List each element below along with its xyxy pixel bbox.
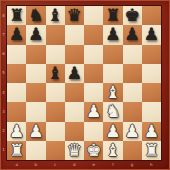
file-label-b: b <box>26 160 45 170</box>
file-label-c: c <box>46 160 65 170</box>
file-label-e: e <box>84 160 103 170</box>
white-knight-f3: ♞ <box>105 102 120 121</box>
black-bishop-c5: ♝ <box>48 64 63 83</box>
square-e7[interactable] <box>84 25 103 44</box>
square-a1[interactable]: ♜ <box>7 141 26 160</box>
square-b8[interactable]: ♞ <box>26 6 45 25</box>
square-g4[interactable] <box>123 83 142 102</box>
square-h2[interactable]: ♟ <box>142 122 161 141</box>
black-knight-b8: ♞ <box>28 6 43 25</box>
square-a2[interactable]: ♟ <box>7 122 26 141</box>
square-a6[interactable] <box>7 45 26 64</box>
square-g3[interactable] <box>123 102 142 121</box>
rank-label-4: 4 <box>0 83 7 102</box>
square-b5[interactable] <box>26 64 45 83</box>
square-c4[interactable] <box>46 83 65 102</box>
black-pawn-f7: ♟ <box>105 25 120 44</box>
black-pawn-b7: ♟ <box>28 25 43 44</box>
square-b6[interactable] <box>26 45 45 64</box>
square-d5[interactable]: ♟ <box>65 64 84 83</box>
square-a8[interactable]: ♜ <box>7 6 26 25</box>
black-queen-d8: ♛ <box>67 6 82 25</box>
black-rook-f8: ♜ <box>105 6 120 25</box>
square-f1[interactable]: ♝ <box>103 141 122 160</box>
square-b2[interactable]: ♟ <box>26 122 45 141</box>
square-b4[interactable] <box>26 83 45 102</box>
square-a5[interactable] <box>7 64 26 83</box>
square-a7[interactable]: ♟ <box>7 25 26 44</box>
rank-label-6: 6 <box>0 45 7 64</box>
square-a4[interactable] <box>7 83 26 102</box>
rank-labels: 87654321 <box>0 6 7 160</box>
square-c1[interactable] <box>46 141 65 160</box>
square-b7[interactable]: ♟ <box>26 25 45 44</box>
square-c3[interactable] <box>46 102 65 121</box>
white-bishop-f1: ♝ <box>105 141 120 160</box>
chess-board-frame: 87654321 abcdefgh ♜♞♝♛♜♚♟♟♟♟♟♝♟♝♟♞♟♟♟♟♟♜… <box>0 0 170 170</box>
white-bishop-f4: ♝ <box>105 83 120 102</box>
square-c7[interactable] <box>46 25 65 44</box>
square-e5[interactable] <box>84 64 103 83</box>
white-queen-d1: ♛ <box>67 141 82 160</box>
white-pawn-a2: ♟ <box>9 122 24 141</box>
black-pawn-h7: ♟ <box>144 25 159 44</box>
square-e3[interactable]: ♟ <box>84 102 103 121</box>
rank-label-3: 3 <box>0 102 7 121</box>
black-pawn-a7: ♟ <box>9 25 24 44</box>
square-f7[interactable]: ♟ <box>103 25 122 44</box>
square-g1[interactable] <box>123 141 142 160</box>
file-labels: abcdefgh <box>7 160 161 170</box>
black-king-g8: ♚ <box>125 6 140 25</box>
white-king-e1: ♚ <box>86 141 101 160</box>
square-g6[interactable] <box>123 45 142 64</box>
black-bishop-c8: ♝ <box>48 6 63 25</box>
white-rook-a1: ♜ <box>9 141 24 160</box>
square-c5[interactable]: ♝ <box>46 64 65 83</box>
square-e8[interactable] <box>84 6 103 25</box>
file-label-a: a <box>7 160 26 170</box>
square-e1[interactable]: ♚ <box>84 141 103 160</box>
square-h5[interactable] <box>142 64 161 83</box>
rank-label-2: 2 <box>0 122 7 141</box>
square-g8[interactable]: ♚ <box>123 6 142 25</box>
white-pawn-b2: ♟ <box>28 122 43 141</box>
square-f3[interactable]: ♞ <box>103 102 122 121</box>
square-g2[interactable]: ♟ <box>123 122 142 141</box>
square-f8[interactable]: ♜ <box>103 6 122 25</box>
square-g7[interactable]: ♟ <box>123 25 142 44</box>
square-d6[interactable] <box>65 45 84 64</box>
square-a3[interactable] <box>7 102 26 121</box>
white-pawn-h2: ♟ <box>144 122 159 141</box>
square-f6[interactable] <box>103 45 122 64</box>
square-h1[interactable]: ♜ <box>142 141 161 160</box>
black-rook-a8: ♜ <box>9 6 24 25</box>
square-c8[interactable]: ♝ <box>46 6 65 25</box>
square-c6[interactable] <box>46 45 65 64</box>
square-e6[interactable] <box>84 45 103 64</box>
rank-label-1: 1 <box>0 141 7 160</box>
square-g5[interactable] <box>123 64 142 83</box>
file-label-f: f <box>103 160 122 170</box>
rank-label-8: 8 <box>0 6 7 25</box>
square-d7[interactable] <box>65 25 84 44</box>
rank-label-7: 7 <box>0 25 7 44</box>
square-d1[interactable]: ♛ <box>65 141 84 160</box>
file-label-h: h <box>142 160 161 170</box>
square-h4[interactable] <box>142 83 161 102</box>
square-h3[interactable] <box>142 102 161 121</box>
chess-board: ♜♞♝♛♜♚♟♟♟♟♟♝♟♝♟♞♟♟♟♟♟♜♛♚♝♜ <box>7 6 161 160</box>
square-h6[interactable] <box>142 45 161 64</box>
square-d8[interactable]: ♛ <box>65 6 84 25</box>
white-pawn-f2: ♟ <box>105 122 120 141</box>
white-pawn-e3: ♟ <box>86 102 101 121</box>
square-b1[interactable] <box>26 141 45 160</box>
rank-label-5: 5 <box>0 64 7 83</box>
square-d4[interactable] <box>65 83 84 102</box>
square-e4[interactable] <box>84 83 103 102</box>
file-label-d: d <box>65 160 84 170</box>
white-rook-h1: ♜ <box>144 141 159 160</box>
black-pawn-d5: ♟ <box>67 64 82 83</box>
square-e2[interactable] <box>84 122 103 141</box>
square-b3[interactable] <box>26 102 45 121</box>
square-f2[interactable]: ♟ <box>103 122 122 141</box>
square-f4[interactable]: ♝ <box>103 83 122 102</box>
file-label-g: g <box>123 160 142 170</box>
black-pawn-g7: ♟ <box>125 25 140 44</box>
white-pawn-g2: ♟ <box>125 122 140 141</box>
square-d3[interactable] <box>65 102 84 121</box>
square-d2[interactable] <box>65 122 84 141</box>
square-h7[interactable]: ♟ <box>142 25 161 44</box>
square-f5[interactable] <box>103 64 122 83</box>
square-h8[interactable] <box>142 6 161 25</box>
square-c2[interactable] <box>46 122 65 141</box>
